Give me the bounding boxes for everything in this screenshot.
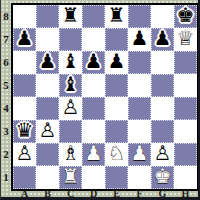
square-g2[interactable]: ♙ <box>151 143 174 166</box>
file-label-A: A <box>13 188 36 199</box>
square-b4[interactable] <box>36 97 59 120</box>
square-b3[interactable]: ♙ <box>36 120 59 143</box>
white-pawn-icon: ♟ <box>131 142 149 165</box>
square-e8[interactable]: ♜ <box>105 5 128 28</box>
square-d3[interactable] <box>82 120 105 143</box>
square-c8[interactable]: ♜ <box>59 5 82 28</box>
file-label-D: D <box>82 188 105 199</box>
square-g7[interactable]: ♟ <box>151 28 174 51</box>
square-g1[interactable]: ♚ <box>151 166 174 189</box>
square-a1[interactable] <box>13 166 36 189</box>
black-pawn-icon: ♟ <box>85 50 103 73</box>
rank-label-6: 6 <box>1 51 11 74</box>
square-a4[interactable] <box>13 97 36 120</box>
white-pawn-icon: ♙ <box>154 142 172 165</box>
square-f5[interactable] <box>128 74 151 97</box>
square-b2[interactable] <box>36 143 59 166</box>
black-queen-icon: ♛ <box>16 119 34 142</box>
square-f8[interactable] <box>128 5 151 28</box>
square-h3[interactable] <box>174 120 197 143</box>
square-a3[interactable]: ♛ <box>13 120 36 143</box>
square-c2[interactable]: ♗ <box>59 143 82 166</box>
square-h1[interactable] <box>174 166 197 189</box>
square-b1[interactable] <box>36 166 59 189</box>
square-d6[interactable]: ♟ <box>82 51 105 74</box>
white-queen-icon: ♕ <box>177 27 195 50</box>
square-f3[interactable] <box>128 120 151 143</box>
white-knight-icon: ♘ <box>108 142 126 165</box>
square-h6[interactable] <box>174 51 197 74</box>
file-label-H: H <box>174 188 197 199</box>
square-g6[interactable] <box>151 51 174 74</box>
square-f4[interactable] <box>128 97 151 120</box>
square-e5[interactable] <box>105 74 128 97</box>
square-f6[interactable] <box>128 51 151 74</box>
white-pawn-icon: ♟ <box>85 142 103 165</box>
white-pawn-icon: ♙ <box>16 142 34 165</box>
file-labels: ABCDEFGH <box>13 188 197 199</box>
rank-label-4: 4 <box>1 97 11 120</box>
square-b8[interactable] <box>36 5 59 28</box>
rank-labels: 87654321 <box>1 5 11 189</box>
square-a8[interactable] <box>13 5 36 28</box>
square-e1[interactable] <box>105 166 128 189</box>
square-a2[interactable]: ♙ <box>13 143 36 166</box>
square-b5[interactable] <box>36 74 59 97</box>
square-a6[interactable] <box>13 51 36 74</box>
black-king-icon: ♚ <box>177 4 195 27</box>
square-d8[interactable] <box>82 5 105 28</box>
white-bishop-icon: ♗ <box>62 142 80 165</box>
square-e7[interactable] <box>105 28 128 51</box>
square-d7[interactable] <box>82 28 105 51</box>
black-rook-icon: ♜ <box>62 4 80 27</box>
square-g8[interactable] <box>151 5 174 28</box>
file-label-G: G <box>151 188 174 199</box>
white-rook-icon: ♜ <box>62 165 80 188</box>
square-c4[interactable]: ♙ <box>59 97 82 120</box>
square-h5[interactable] <box>174 74 197 97</box>
rank-label-5: 5 <box>1 74 11 97</box>
square-h7[interactable]: ♕ <box>174 28 197 51</box>
rank-label-2: 2 <box>1 143 11 166</box>
rank-label-8: 8 <box>1 5 11 28</box>
square-e6[interactable]: ♟ <box>105 51 128 74</box>
black-pawn-icon: ♟ <box>108 50 126 73</box>
square-c5[interactable]: ♝ <box>59 74 82 97</box>
chess-board: ♜♜♚♟♟♟♕♟♝♟♟♝♙♛♙♙♗♟♘♟♙♜♚ <box>11 3 199 191</box>
black-pawn-icon: ♟ <box>154 27 172 50</box>
square-e3[interactable] <box>105 120 128 143</box>
black-pawn-icon: ♟ <box>16 27 34 50</box>
black-rook-icon: ♜ <box>108 4 126 27</box>
square-e4[interactable] <box>105 97 128 120</box>
square-c7[interactable] <box>59 28 82 51</box>
chess-app-window: 87654321 ♜♜♚♟♟♟♕♟♝♟♟♝♙♛♙♙♗♟♘♟♙♜♚ ABCDEFG… <box>0 0 200 200</box>
black-bishop-icon: ♝ <box>62 73 80 96</box>
square-b6[interactable]: ♟ <box>36 51 59 74</box>
rank-label-3: 3 <box>1 120 11 143</box>
square-f2[interactable]: ♟ <box>128 143 151 166</box>
square-h8[interactable]: ♚ <box>174 5 197 28</box>
square-a5[interactable] <box>13 74 36 97</box>
file-label-B: B <box>36 188 59 199</box>
square-e2[interactable]: ♘ <box>105 143 128 166</box>
white-king-icon: ♚ <box>154 165 172 188</box>
black-pawn-icon: ♟ <box>131 27 149 50</box>
square-h2[interactable] <box>174 143 197 166</box>
square-d2[interactable]: ♟ <box>82 143 105 166</box>
square-f1[interactable] <box>128 166 151 189</box>
file-label-F: F <box>128 188 151 199</box>
square-c3[interactable] <box>59 120 82 143</box>
square-g4[interactable] <box>151 97 174 120</box>
square-d5[interactable] <box>82 74 105 97</box>
rank-label-7: 7 <box>1 28 11 51</box>
file-label-C: C <box>59 188 82 199</box>
rank-label-1: 1 <box>1 166 11 189</box>
square-c6[interactable]: ♝ <box>59 51 82 74</box>
square-b7[interactable] <box>36 28 59 51</box>
file-label-E: E <box>105 188 128 199</box>
square-g3[interactable] <box>151 120 174 143</box>
square-c1[interactable]: ♜ <box>59 166 82 189</box>
square-a7[interactable]: ♟ <box>13 28 36 51</box>
square-g5[interactable] <box>151 74 174 97</box>
black-pawn-icon: ♟ <box>39 50 57 73</box>
square-d1[interactable] <box>82 166 105 189</box>
black-bishop-icon: ♝ <box>62 50 80 73</box>
white-pawn-icon: ♙ <box>62 96 80 119</box>
square-d4[interactable] <box>82 97 105 120</box>
white-pawn-icon: ♙ <box>39 119 57 142</box>
square-h4[interactable] <box>174 97 197 120</box>
square-f7[interactable]: ♟ <box>128 28 151 51</box>
